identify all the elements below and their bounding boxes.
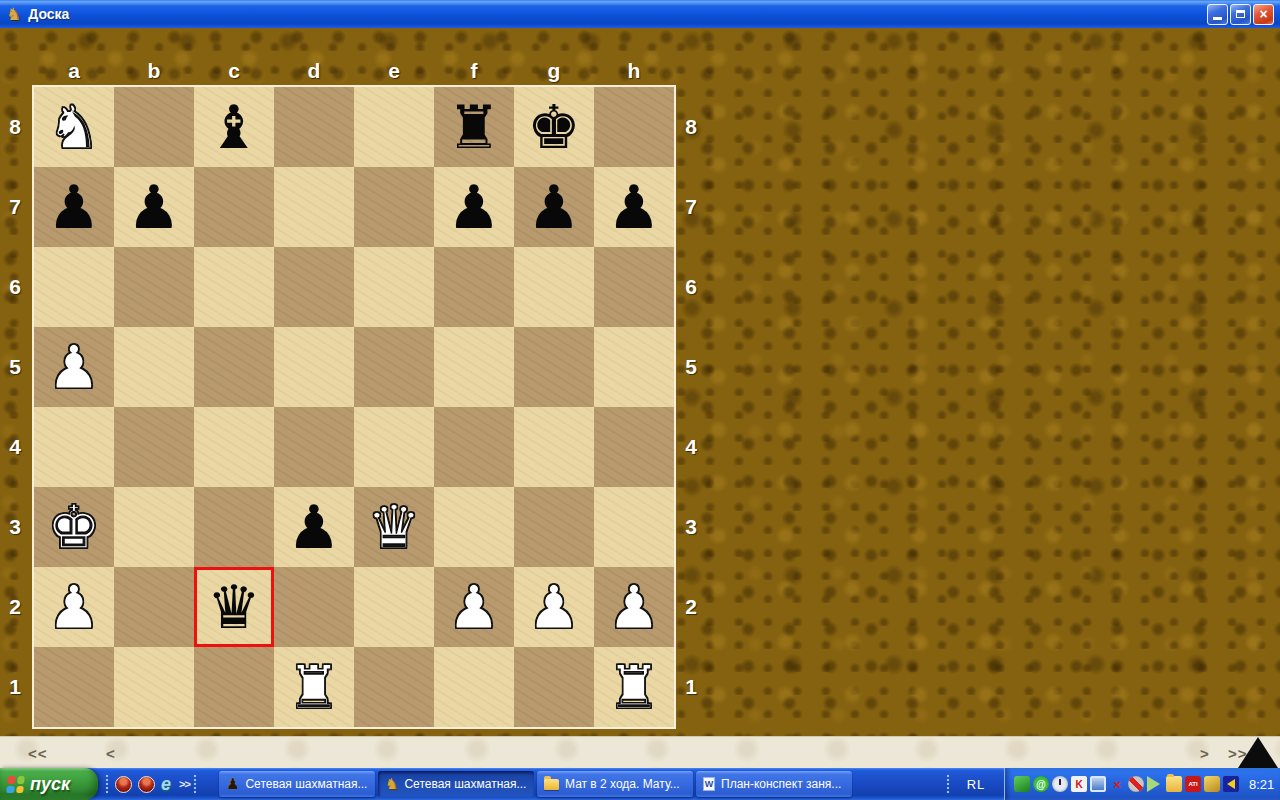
chevron-right-icon[interactable]: >> [179, 778, 190, 790]
square-d3[interactable]: ♟ [274, 487, 354, 567]
square-e3[interactable]: ♛ [354, 487, 434, 567]
square-a6[interactable] [34, 247, 114, 327]
square-c6[interactable] [194, 247, 274, 327]
tray-kaspersky-icon[interactable] [1071, 776, 1087, 792]
square-e2[interactable] [354, 567, 434, 647]
white-pawn[interactable]: ♟ [607, 567, 661, 647]
square-h5[interactable] [594, 327, 674, 407]
square-h2[interactable]: ♟ [594, 567, 674, 647]
triangle-icon [1238, 737, 1278, 768]
white-pawn[interactable]: ♟ [527, 567, 581, 647]
tray-messenger-icon[interactable] [1147, 776, 1163, 792]
previous-move-button[interactable]: < [106, 737, 116, 769]
square-c7[interactable] [194, 167, 274, 247]
taskbar-item-folder[interactable]: Мат в 2 хода. Мату... [537, 771, 693, 797]
square-d8[interactable] [274, 87, 354, 167]
tray-at-icon[interactable] [1033, 776, 1049, 792]
square-c2[interactable]: ♛ [194, 567, 274, 647]
tray-green-recycle-icon[interactable] [1014, 776, 1030, 792]
white-pawn[interactable]: ♟ [47, 327, 101, 407]
rank-label-7: 7 [0, 167, 30, 247]
file-label-e: e [354, 56, 434, 85]
tray-network-error-icon[interactable] [1109, 776, 1125, 792]
white-pawn[interactable]: ♟ [47, 567, 101, 647]
square-f1[interactable] [434, 647, 514, 727]
taskbar-item-document[interactable]: План-конспект заня... [696, 771, 852, 797]
start-button[interactable]: пуск [0, 768, 98, 800]
square-e4[interactable] [354, 407, 434, 487]
system-tray: 8:21 [1004, 768, 1280, 800]
square-b5[interactable] [114, 327, 194, 407]
rank-label-5: 5 [0, 327, 30, 407]
taskbar-item-label: Мат в 2 хода. Мату... [565, 777, 680, 791]
knight-hand-icon: ♞ [385, 777, 398, 792]
black-pawn[interactable]: ♟ [47, 167, 101, 247]
rank-label-4: 4 [0, 407, 30, 487]
square-c8[interactable]: ♝ [194, 87, 274, 167]
ie-icon[interactable]: e [161, 774, 171, 795]
opera-icon[interactable] [138, 776, 155, 793]
black-bishop[interactable]: ♝ [207, 87, 261, 167]
square-c5[interactable] [194, 327, 274, 407]
square-g3[interactable] [514, 487, 594, 567]
file-label-a: a [34, 56, 114, 85]
square-g4[interactable] [514, 407, 594, 487]
square-d7[interactable] [274, 167, 354, 247]
square-g8[interactable]: ♚ [514, 87, 594, 167]
opera-icon[interactable] [115, 776, 132, 793]
square-f8[interactable]: ♜ [434, 87, 514, 167]
rank-label-1: 1 [0, 647, 30, 727]
black-pawn[interactable]: ♟ [127, 167, 181, 247]
square-b3[interactable] [114, 487, 194, 567]
rank-label-3: 3 [676, 487, 706, 567]
square-b8[interactable] [114, 87, 194, 167]
square-h6[interactable] [594, 247, 674, 327]
square-f3[interactable] [434, 487, 514, 567]
start-button-label: пуск [30, 774, 70, 795]
rank-label-6: 6 [676, 247, 706, 327]
rank-label-3: 3 [0, 487, 30, 567]
file-label-g: g [514, 56, 594, 85]
black-pawn[interactable]: ♟ [287, 487, 341, 567]
square-d6[interactable] [274, 247, 354, 327]
square-e6[interactable] [354, 247, 434, 327]
square-g7[interactable]: ♟ [514, 167, 594, 247]
rank-label-5: 5 [676, 327, 706, 407]
square-e7[interactable] [354, 167, 434, 247]
square-a3[interactable]: ♚ [34, 487, 114, 567]
square-d2[interactable] [274, 567, 354, 647]
quick-launch-handle[interactable] [105, 774, 109, 794]
minimize-icon [1213, 17, 1222, 20]
square-h7[interactable]: ♟ [594, 167, 674, 247]
tray-ati-icon[interactable] [1185, 776, 1201, 792]
taskbar-item-label: Сетевая шахматная... [404, 777, 526, 791]
square-h8[interactable] [594, 87, 674, 167]
folder-icon [544, 779, 559, 790]
board-window-client: abcdefgh 87654321 ♞♝♜♚♟♟♟♟♟♟♚♟♛♟♛♟♟♟♜♜ 8… [0, 28, 1280, 736]
white-rook[interactable]: ♜ [287, 647, 341, 727]
square-a4[interactable] [34, 407, 114, 487]
first-move-button[interactable]: << [28, 737, 48, 769]
square-g6[interactable] [514, 247, 594, 327]
chess-board[interactable]: ♞♝♜♚♟♟♟♟♟♟♚♟♛♟♛♟♟♟♜♜ [32, 85, 676, 729]
rank-label-6: 6 [0, 247, 30, 327]
black-pawn[interactable]: ♟ [527, 167, 581, 247]
square-b2[interactable] [114, 567, 194, 647]
square-f2[interactable]: ♟ [434, 567, 514, 647]
pawn-icon: ♟ [226, 777, 239, 792]
square-e1[interactable] [354, 647, 434, 727]
language-bar-handle[interactable] [946, 774, 950, 794]
white-pawn[interactable]: ♟ [447, 567, 501, 647]
square-a7[interactable]: ♟ [34, 167, 114, 247]
rank-label-8: 8 [676, 87, 706, 167]
square-b6[interactable] [114, 247, 194, 327]
close-button[interactable]: × [1253, 4, 1274, 25]
square-c4[interactable] [194, 407, 274, 487]
square-f4[interactable] [434, 407, 514, 487]
black-pawn[interactable]: ♟ [607, 167, 661, 247]
square-a8[interactable]: ♞ [34, 87, 114, 167]
language-indicator[interactable]: RL [956, 768, 996, 800]
square-b4[interactable] [114, 407, 194, 487]
square-f6[interactable] [434, 247, 514, 327]
square-b1[interactable] [114, 647, 194, 727]
next-move-button[interactable]: > [1200, 737, 1210, 769]
file-label-c: c [194, 56, 274, 85]
tray-display-icon[interactable] [1090, 776, 1106, 792]
window-knight-icon: ♞ [6, 6, 21, 23]
window-titlebar: ♞ Доска × [0, 0, 1280, 28]
square-h4[interactable] [594, 407, 674, 487]
quick-launch-bar: e >> [102, 768, 218, 800]
square-d1[interactable]: ♜ [274, 647, 354, 727]
file-label-d: d [274, 56, 354, 85]
square-h1[interactable]: ♜ [594, 647, 674, 727]
taskbar-clock: 8:21 [1249, 777, 1274, 792]
black-queen[interactable]: ♛ [207, 567, 261, 647]
rank-label-2: 2 [0, 567, 30, 647]
window-title: Доска [28, 6, 69, 22]
square-g1[interactable] [514, 647, 594, 727]
square-g2[interactable]: ♟ [514, 567, 594, 647]
word-document-icon [703, 777, 715, 791]
black-pawn[interactable]: ♟ [447, 167, 501, 247]
square-b7[interactable]: ♟ [114, 167, 194, 247]
file-label-b: b [114, 56, 194, 85]
file-label-f: f [434, 56, 514, 85]
rank-label-2: 2 [676, 567, 706, 647]
rank-labels-left: 87654321 [0, 87, 30, 727]
square-a2[interactable]: ♟ [34, 567, 114, 647]
windows-flag-icon [6, 776, 25, 793]
taskbar: пуск e >> ♟ Сетевая шахматная... ♞ Сетев… [0, 768, 1280, 800]
square-d5[interactable] [274, 327, 354, 407]
rank-label-4: 4 [676, 407, 706, 487]
tray-folder-icon[interactable] [1166, 776, 1182, 792]
square-c3[interactable] [194, 487, 274, 567]
move-navigation-bar: << < > >> [0, 736, 1280, 768]
rank-label-1: 1 [676, 647, 706, 727]
square-e8[interactable] [354, 87, 434, 167]
white-queen[interactable]: ♛ [367, 487, 421, 567]
restore-button[interactable] [1230, 4, 1251, 25]
rank-label-8: 8 [0, 87, 30, 167]
black-rook[interactable]: ♜ [447, 87, 501, 167]
quick-launch-handle[interactable] [193, 774, 197, 794]
file-labels-top: abcdefgh [34, 56, 674, 85]
window-controls: × [1207, 4, 1276, 25]
square-c1[interactable] [194, 647, 274, 727]
square-g5[interactable] [514, 327, 594, 407]
white-king[interactable]: ♚ [47, 487, 101, 567]
tray-volume-icon[interactable] [1223, 776, 1239, 792]
square-a1[interactable] [34, 647, 114, 727]
black-king[interactable]: ♚ [527, 87, 581, 167]
square-a5[interactable]: ♟ [34, 327, 114, 407]
file-label-h: h [594, 56, 674, 85]
minimize-button[interactable] [1207, 4, 1228, 25]
square-f5[interactable] [434, 327, 514, 407]
square-f7[interactable]: ♟ [434, 167, 514, 247]
square-h3[interactable] [594, 487, 674, 567]
white-knight[interactable]: ♞ [47, 87, 101, 167]
rank-label-7: 7 [676, 167, 706, 247]
square-d4[interactable] [274, 407, 354, 487]
taskbar-item-label: Сетевая шахматная... [245, 777, 367, 791]
taskbar-item-chess-1[interactable]: ♟ Сетевая шахматная... [219, 771, 375, 797]
restore-icon [1236, 10, 1245, 18]
tray-clock-icon[interactable] [1052, 776, 1068, 792]
desktop: ♞ Доска × abcdefgh 87654321 ♞♝♜♚♟♟♟♟♟♟♚♟… [0, 0, 1280, 800]
tray-gold-icon[interactable] [1204, 776, 1220, 792]
tray-blocked-icon[interactable] [1128, 776, 1144, 792]
square-e5[interactable] [354, 327, 434, 407]
white-rook[interactable]: ♜ [607, 647, 661, 727]
rank-labels-right: 87654321 [676, 87, 706, 727]
taskbar-item-label: План-конспект заня... [721, 777, 841, 791]
taskbar-item-chess-2-active[interactable]: ♞ Сетевая шахматная... [378, 771, 534, 797]
